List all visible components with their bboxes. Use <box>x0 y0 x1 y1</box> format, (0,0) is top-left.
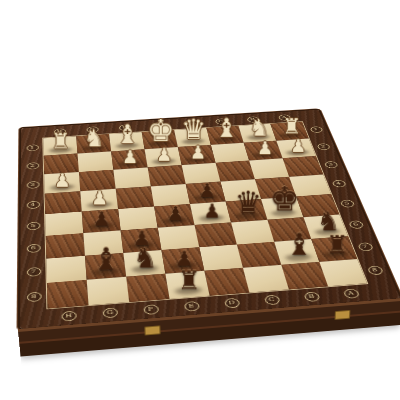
square-h6[interactable] <box>46 233 85 259</box>
piece-white-B-f1[interactable]: ♝ <box>116 122 139 148</box>
brass-hinge <box>144 325 160 335</box>
square-d2[interactable]: ♟ <box>178 145 216 165</box>
piece-white-R-h1[interactable]: ♜ <box>51 131 70 152</box>
rank-label-3: 3 <box>26 181 39 189</box>
piece-white-K-e1[interactable]: ♚ <box>147 115 174 146</box>
piece-white-P-a2[interactable]: ♟ <box>290 137 306 155</box>
chess-board: HGFEDCBA HGFEDCBA 12345678 12345678 ♜♞♝♚… <box>22 36 358 372</box>
rank-label-7: 7 <box>357 242 374 251</box>
square-d7[interactable] <box>199 244 243 270</box>
file-label-H: H <box>61 310 76 321</box>
rank-label-5: 5 <box>26 221 40 230</box>
square-b5[interactable]: ♚ <box>261 197 303 220</box>
file-label-G: G <box>102 307 118 318</box>
piece-black-R-a7[interactable]: ♜ <box>326 233 348 258</box>
square-h7[interactable] <box>46 256 86 283</box>
square-c5[interactable]: ♛ <box>226 199 268 222</box>
rank-label-1: 1 <box>26 144 38 151</box>
square-a7[interactable]: ♜ <box>311 236 357 262</box>
square-d8[interactable] <box>204 268 249 296</box>
file-label-E: E <box>183 301 199 312</box>
brass-hinge <box>334 310 350 320</box>
rank-label-5: 5 <box>339 199 355 207</box>
photo-scene: HGFEDCBA HGFEDCBA 12345678 12345678 ♜♞♝♚… <box>0 0 400 400</box>
square-g5[interactable]: ♟ <box>82 209 121 233</box>
rank-label-1: 1 <box>309 126 323 133</box>
piece-white-P-f2[interactable]: ♟ <box>122 148 138 166</box>
rank-label-7: 7 <box>26 267 40 277</box>
folding-box-side <box>18 298 400 357</box>
square-d5[interactable]: ♟ <box>190 201 231 225</box>
piece-black-P-d4[interactable]: ♟ <box>199 181 216 200</box>
piece-black-N-f7[interactable]: ♞ <box>133 245 157 272</box>
piece-black-B-g7[interactable]: ♝ <box>92 244 119 275</box>
square-g8[interactable] <box>87 277 130 305</box>
piece-white-N-b1[interactable]: ♞ <box>249 116 270 139</box>
rank-label-8: 8 <box>366 265 383 275</box>
square-f4[interactable] <box>116 186 155 209</box>
piece-black-B-b7[interactable]: ♝ <box>286 230 313 260</box>
file-label-C: C <box>263 294 280 305</box>
square-c3[interactable] <box>216 161 255 182</box>
square-h5[interactable] <box>45 212 83 236</box>
file-label-A: A <box>342 288 360 298</box>
file-label-F: F <box>143 304 159 315</box>
piece-black-P-g5[interactable]: ♟ <box>93 209 111 229</box>
board-grid: ♜♞♝♚♛♝♞♜♟♟♟♟♟♟♟♟♟♟♟♛♚♟♞♝♞♟♝♜♜ <box>43 122 367 309</box>
piece-black-R-e8[interactable]: ♜ <box>177 268 200 294</box>
square-h8[interactable] <box>47 280 89 309</box>
rank-label-6: 6 <box>26 243 40 252</box>
square-a8[interactable] <box>319 259 367 286</box>
square-g7[interactable]: ♝ <box>85 253 126 280</box>
file-label-D: D <box>223 298 240 309</box>
piece-black-P-d5[interactable]: ♟ <box>203 201 220 220</box>
board-3d: HGFEDCBA HGFEDCBA 12345678 12345678 ♜♞♝♚… <box>20 110 400 329</box>
square-f3[interactable] <box>113 167 150 188</box>
square-h1[interactable]: ♜ <box>43 136 77 156</box>
piece-white-R-a1[interactable]: ♜ <box>282 116 301 137</box>
rank-label-4: 4 <box>331 179 346 187</box>
piece-white-P-e2[interactable]: ♟ <box>156 146 172 164</box>
square-f2[interactable]: ♟ <box>111 149 147 169</box>
piece-white-P-b2[interactable]: ♟ <box>257 139 273 157</box>
rank-label-2: 2 <box>316 143 330 150</box>
piece-black-P-e5[interactable]: ♟ <box>167 204 184 223</box>
rank-label-2: 2 <box>26 162 39 170</box>
square-d6[interactable] <box>195 222 237 247</box>
piece-white-N-g1[interactable]: ♞ <box>84 127 105 150</box>
piece-white-B-c1[interactable]: ♝ <box>215 116 238 142</box>
square-e5[interactable]: ♟ <box>154 204 194 228</box>
piece-white-P-h3[interactable]: ♟ <box>54 171 71 190</box>
rank-label-4: 4 <box>26 201 39 209</box>
piece-white-P-g4[interactable]: ♟ <box>91 188 108 207</box>
piece-white-Q-d1[interactable]: ♛ <box>181 116 206 144</box>
square-a3[interactable] <box>283 156 324 177</box>
rank-label-3: 3 <box>323 161 338 168</box>
file-label-B: B <box>303 291 320 301</box>
square-g2[interactable] <box>78 151 114 172</box>
square-e2[interactable]: ♟ <box>145 147 182 167</box>
square-g1[interactable]: ♞ <box>76 134 111 154</box>
piece-white-P-d2[interactable]: ♟ <box>190 143 206 161</box>
square-f7[interactable]: ♞ <box>123 250 165 277</box>
square-b7[interactable]: ♝ <box>274 239 319 265</box>
square-e8[interactable]: ♜ <box>165 271 209 299</box>
square-c2[interactable] <box>211 143 249 163</box>
board-border: HGFEDCBA HGFEDCBA 12345678 12345678 ♜♞♝♚… <box>20 110 400 329</box>
square-h3[interactable]: ♟ <box>44 172 80 194</box>
square-c1[interactable]: ♝ <box>206 126 243 145</box>
square-a2[interactable]: ♟ <box>276 139 316 159</box>
square-f8[interactable] <box>126 274 169 302</box>
piece-black-K-b5[interactable]: ♚ <box>269 182 299 215</box>
rank-label-8: 8 <box>26 291 41 301</box>
square-e3[interactable] <box>148 165 186 186</box>
square-h4[interactable] <box>45 191 82 214</box>
piece-black-Q-c5[interactable]: ♛ <box>235 188 262 219</box>
rank-label-6: 6 <box>348 220 364 229</box>
